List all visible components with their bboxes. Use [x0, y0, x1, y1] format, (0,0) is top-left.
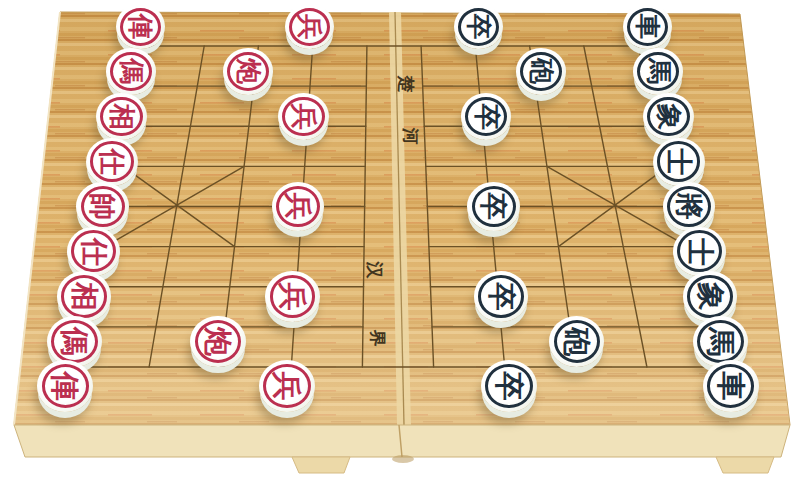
piece-red-c0r2[interactable]: 相 — [96, 93, 147, 140]
river-label-han: 汉 — [364, 259, 386, 281]
piece-red-c3r8[interactable]: 兵 — [259, 360, 315, 412]
piece-character: 俥 — [117, 2, 163, 51]
piece-black-c9r0[interactable]: 車 — [623, 4, 672, 50]
piece-red-c3r4[interactable]: 兵 — [272, 182, 325, 231]
piece-black-c9r1[interactable]: 馬 — [633, 48, 683, 94]
river-label-he: 河 — [400, 125, 422, 147]
piece-black-c6r0[interactable]: 卒 — [454, 4, 503, 50]
piece-character: 卒 — [483, 358, 535, 414]
piece-black-c6r2[interactable]: 卒 — [461, 93, 512, 140]
piece-black-c7r7[interactable]: 砲 — [549, 316, 604, 367]
piece-red-c3r0[interactable]: 兵 — [285, 4, 334, 50]
piece-red-c3r2[interactable]: 兵 — [278, 93, 329, 140]
piece-character: 車 — [705, 358, 757, 414]
piece-character: 象 — [645, 91, 692, 142]
piece-character: 炮 — [225, 47, 271, 97]
piece-character: 傌 — [108, 47, 154, 97]
piece-character: 車 — [625, 2, 671, 51]
piece-character: 相 — [98, 91, 145, 142]
piece-red-c0r3[interactable]: 仕 — [86, 138, 138, 186]
photo-canvas: 楚 河 汉 界 俥傌相仕帥仕相傌俥炮炮兵兵兵兵兵卒卒卒卒卒砲砲車馬象士將士象馬車 — [0, 0, 800, 482]
piece-character: 卒 — [456, 2, 502, 51]
piece-character: 兵 — [267, 269, 318, 323]
piece-red-c3r6[interactable]: 兵 — [265, 271, 319, 322]
piece-black-c6r4[interactable]: 卒 — [467, 182, 520, 231]
piece-red-c2r1[interactable]: 炮 — [223, 48, 273, 94]
piece-red-c0r4[interactable]: 帥 — [76, 182, 129, 231]
piece-character: 砲 — [518, 47, 564, 97]
piece-character: 卒 — [462, 91, 509, 142]
piece-black-c9r2[interactable]: 象 — [643, 93, 694, 140]
piece-black-c6r8[interactable]: 卒 — [481, 360, 537, 412]
piece-black-c9r4[interactable]: 將 — [663, 182, 716, 231]
piece-red-c0r0[interactable]: 俥 — [116, 4, 165, 50]
piece-red-c0r8[interactable]: 俥 — [37, 360, 93, 412]
piece-character: 兵 — [261, 358, 313, 414]
piece-character: 卒 — [469, 180, 518, 233]
piece-red-c2r7[interactable]: 炮 — [190, 316, 245, 367]
piece-character: 炮 — [192, 314, 243, 369]
river-label-jie: 界 — [367, 327, 389, 349]
piece-black-c9r8[interactable]: 車 — [703, 360, 759, 412]
piece-black-c9r3[interactable]: 士 — [653, 138, 705, 186]
piece-character: 俥 — [39, 358, 91, 414]
river-label-chu: 楚 — [395, 73, 417, 95]
piece-black-c7r1[interactable]: 砲 — [516, 48, 566, 94]
piece-character: 砲 — [551, 314, 602, 369]
piece-character: 卒 — [476, 269, 527, 323]
piece-black-c6r6[interactable]: 卒 — [474, 271, 528, 322]
piece-character: 馬 — [635, 47, 681, 97]
piece-character: 兵 — [274, 180, 323, 233]
piece-red-c0r1[interactable]: 傌 — [106, 48, 156, 94]
piece-character: 兵 — [287, 2, 333, 51]
piece-character: 兵 — [280, 91, 327, 142]
